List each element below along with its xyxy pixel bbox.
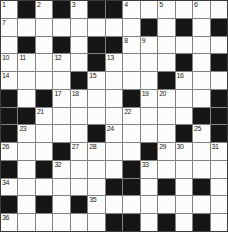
white-cell[interactable]: 1 <box>1 1 17 18</box>
white-cell[interactable] <box>106 19 122 36</box>
white-cell[interactable]: 6 <box>193 1 209 18</box>
white-cell[interactable] <box>18 214 34 231</box>
clue-number: 35 <box>89 196 96 204</box>
white-cell[interactable] <box>36 72 52 89</box>
white-cell[interactable] <box>36 214 52 231</box>
white-cell[interactable] <box>193 161 209 178</box>
white-cell[interactable] <box>176 214 192 231</box>
black-cell <box>1 90 17 107</box>
clue-number: 13 <box>107 54 114 62</box>
clue-number: 23 <box>19 125 26 133</box>
white-cell[interactable] <box>1 37 17 54</box>
black-cell <box>123 90 139 107</box>
black-cell <box>1 161 17 178</box>
white-cell[interactable]: 34 <box>1 179 17 196</box>
black-cell <box>211 19 227 36</box>
clue-number: 24 <box>107 125 114 133</box>
white-cell[interactable] <box>53 125 69 142</box>
white-cell[interactable] <box>158 125 174 142</box>
clue-number: 9 <box>142 37 145 45</box>
black-cell <box>106 179 122 196</box>
white-cell[interactable] <box>53 72 69 89</box>
white-cell[interactable] <box>141 125 157 142</box>
white-cell[interactable] <box>53 196 69 213</box>
black-cell <box>106 214 122 231</box>
white-cell[interactable] <box>106 196 122 213</box>
black-cell <box>53 37 69 54</box>
black-cell <box>193 214 209 231</box>
clue-number: 31 <box>212 143 219 151</box>
white-cell[interactable] <box>18 196 34 213</box>
white-cell[interactable] <box>158 161 174 178</box>
white-cell[interactable]: 36 <box>1 214 17 231</box>
white-cell[interactable]: 27 <box>71 143 87 160</box>
crossword-grid: 1234567891011121314151617181920212223242… <box>0 0 228 232</box>
white-cell[interactable] <box>141 214 157 231</box>
white-cell[interactable] <box>36 179 52 196</box>
black-cell <box>158 72 174 89</box>
clue-number: 19 <box>142 90 149 98</box>
white-cell[interactable] <box>53 179 69 196</box>
black-cell <box>123 161 139 178</box>
white-cell[interactable] <box>18 72 34 89</box>
white-cell[interactable] <box>106 161 122 178</box>
white-cell[interactable] <box>158 196 174 213</box>
white-cell[interactable] <box>71 125 87 142</box>
white-cell[interactable]: 32 <box>53 161 69 178</box>
white-cell[interactable]: 9 <box>141 37 157 54</box>
white-cell[interactable]: 21 <box>36 108 52 125</box>
black-cell <box>176 19 192 36</box>
white-cell[interactable] <box>106 143 122 160</box>
black-cell <box>158 214 174 231</box>
black-cell <box>193 108 209 125</box>
black-cell <box>88 125 104 142</box>
black-cell <box>176 125 192 142</box>
white-cell[interactable] <box>106 72 122 89</box>
clue-number: 12 <box>54 54 61 62</box>
black-cell <box>141 19 157 36</box>
clue-number: 36 <box>2 214 9 222</box>
white-cell[interactable]: 2 <box>36 1 52 18</box>
white-cell[interactable] <box>106 90 122 107</box>
white-cell[interactable] <box>18 161 34 178</box>
clue-number: 1 <box>2 1 5 9</box>
white-cell[interactable]: 29 <box>158 143 174 160</box>
white-cell[interactable] <box>176 179 192 196</box>
white-cell[interactable]: 16 <box>176 72 192 89</box>
clue-number: 34 <box>2 179 9 187</box>
clue-number: 6 <box>194 1 197 9</box>
white-cell[interactable] <box>141 72 157 89</box>
black-cell <box>88 54 104 71</box>
white-cell[interactable] <box>141 54 157 71</box>
black-cell <box>141 143 157 160</box>
white-cell[interactable]: 22 <box>123 108 139 125</box>
black-cell <box>211 90 227 107</box>
white-cell[interactable]: 35 <box>88 196 104 213</box>
clue-number: 30 <box>177 143 184 151</box>
black-cell <box>1 196 17 213</box>
clue-number: 14 <box>2 72 9 80</box>
white-cell[interactable]: 4 <box>123 1 139 18</box>
white-cell[interactable] <box>18 179 34 196</box>
white-cell[interactable] <box>88 19 104 36</box>
clue-number: 11 <box>19 54 25 62</box>
black-cell <box>211 108 227 125</box>
clue-number: 29 <box>159 143 166 151</box>
white-cell[interactable] <box>36 125 52 142</box>
white-cell[interactable] <box>193 54 209 71</box>
white-cell[interactable] <box>211 161 227 178</box>
black-cell <box>88 37 104 54</box>
white-cell[interactable] <box>53 19 69 36</box>
white-cell[interactable]: 13 <box>106 54 122 71</box>
black-cell <box>71 196 87 213</box>
white-cell[interactable] <box>158 108 174 125</box>
white-cell[interactable] <box>176 108 192 125</box>
white-cell[interactable] <box>123 143 139 160</box>
black-cell <box>123 179 139 196</box>
white-cell[interactable]: 18 <box>71 90 87 107</box>
white-cell[interactable]: 11 <box>18 54 34 71</box>
clue-number: 18 <box>72 90 79 98</box>
white-cell[interactable]: 20 <box>158 90 174 107</box>
clue-number: 10 <box>2 54 9 62</box>
white-cell[interactable] <box>211 196 227 213</box>
white-cell[interactable] <box>88 108 104 125</box>
white-cell[interactable] <box>193 19 209 36</box>
black-cell <box>123 214 139 231</box>
clue-number: 4 <box>124 1 127 9</box>
white-cell[interactable] <box>88 179 104 196</box>
white-cell[interactable] <box>36 19 52 36</box>
clue-number: 2 <box>37 1 40 9</box>
white-cell[interactable]: 19 <box>141 90 157 107</box>
black-cell <box>18 108 34 125</box>
black-cell <box>36 90 52 107</box>
white-cell[interactable] <box>36 54 52 71</box>
clue-number: 5 <box>159 1 162 9</box>
white-cell[interactable] <box>211 214 227 231</box>
white-cell[interactable] <box>123 72 139 89</box>
white-cell[interactable]: 33 <box>141 161 157 178</box>
white-cell[interactable] <box>176 161 192 178</box>
clue-number: 32 <box>54 161 61 169</box>
white-cell[interactable]: 10 <box>1 54 17 71</box>
white-cell[interactable] <box>211 72 227 89</box>
clue-number: 28 <box>89 143 96 151</box>
clue-number: 7 <box>2 19 5 27</box>
white-cell[interactable]: 26 <box>1 143 17 160</box>
white-cell[interactable] <box>88 90 104 107</box>
black-cell <box>1 108 17 125</box>
white-cell[interactable]: 3 <box>71 1 87 18</box>
white-cell[interactable] <box>123 125 139 142</box>
white-cell[interactable] <box>53 108 69 125</box>
black-cell <box>176 54 192 71</box>
clue-number: 8 <box>124 37 127 45</box>
white-cell[interactable] <box>71 54 87 71</box>
white-cell[interactable] <box>18 19 34 36</box>
clue-number: 17 <box>54 90 61 98</box>
white-cell[interactable]: 17 <box>53 90 69 107</box>
black-cell <box>36 161 52 178</box>
white-cell[interactable] <box>193 72 209 89</box>
white-cell[interactable] <box>53 214 69 231</box>
clue-number: 20 <box>159 90 166 98</box>
white-cell[interactable] <box>193 143 209 160</box>
black-cell <box>36 196 52 213</box>
clue-number: 21 <box>37 108 44 116</box>
white-cell[interactable] <box>193 90 209 107</box>
black-cell <box>158 179 174 196</box>
white-cell[interactable] <box>18 143 34 160</box>
white-cell[interactable]: 5 <box>158 1 174 18</box>
crossword-page: 1234567891011121314151617181920212223242… <box>0 0 228 232</box>
white-cell[interactable] <box>18 90 34 107</box>
clue-number: 16 <box>177 72 184 80</box>
white-cell[interactable] <box>71 108 87 125</box>
white-cell[interactable] <box>36 37 52 54</box>
white-cell[interactable] <box>71 161 87 178</box>
white-cell[interactable]: 8 <box>123 37 139 54</box>
white-cell[interactable] <box>123 196 139 213</box>
black-cell <box>1 125 17 142</box>
white-cell[interactable]: 24 <box>106 125 122 142</box>
white-cell[interactable] <box>211 1 227 18</box>
black-cell <box>193 179 209 196</box>
white-cell[interactable] <box>141 1 157 18</box>
black-cell <box>71 72 87 89</box>
black-cell <box>53 1 69 18</box>
white-cell[interactable] <box>158 54 174 71</box>
clue-number: 22 <box>124 108 131 116</box>
black-cell <box>53 143 69 160</box>
white-cell[interactable] <box>211 179 227 196</box>
white-cell[interactable]: 31 <box>211 143 227 160</box>
white-cell[interactable]: 25 <box>193 125 209 142</box>
white-cell[interactable] <box>211 37 227 54</box>
black-cell <box>211 54 227 71</box>
white-cell[interactable]: 12 <box>53 54 69 71</box>
clue-number: 25 <box>194 125 201 133</box>
white-cell[interactable]: 14 <box>1 72 17 89</box>
black-cell <box>211 125 227 142</box>
clue-number: 27 <box>72 143 79 151</box>
white-cell[interactable] <box>158 37 174 54</box>
white-cell[interactable] <box>106 108 122 125</box>
white-cell[interactable] <box>123 19 139 36</box>
white-cell[interactable] <box>176 196 192 213</box>
white-cell[interactable] <box>176 90 192 107</box>
white-cell[interactable] <box>141 179 157 196</box>
black-cell <box>18 1 34 18</box>
clue-number: 15 <box>89 72 96 80</box>
clue-number: 26 <box>2 143 9 151</box>
white-cell[interactable] <box>88 161 104 178</box>
black-cell <box>88 1 104 18</box>
white-cell[interactable]: 15 <box>88 72 104 89</box>
white-cell[interactable]: 28 <box>88 143 104 160</box>
black-cell <box>18 37 34 54</box>
clue-number: 3 <box>72 1 75 9</box>
white-cell[interactable] <box>71 179 87 196</box>
white-cell[interactable] <box>71 37 87 54</box>
white-cell[interactable]: 7 <box>1 19 17 36</box>
white-cell[interactable] <box>36 143 52 160</box>
white-cell[interactable] <box>193 37 209 54</box>
white-cell[interactable]: 30 <box>176 143 192 160</box>
white-cell[interactable] <box>71 214 87 231</box>
black-cell <box>106 1 122 18</box>
black-cell <box>106 37 122 54</box>
white-cell[interactable] <box>123 54 139 71</box>
white-cell[interactable] <box>176 37 192 54</box>
white-cell[interactable] <box>88 214 104 231</box>
white-cell[interactable] <box>158 19 174 36</box>
white-cell[interactable] <box>141 196 157 213</box>
white-cell[interactable] <box>141 108 157 125</box>
clue-number: 33 <box>142 161 149 169</box>
white-cell[interactable]: 23 <box>18 125 34 142</box>
white-cell[interactable] <box>71 19 87 36</box>
white-cell[interactable] <box>193 196 209 213</box>
white-cell[interactable] <box>176 1 192 18</box>
